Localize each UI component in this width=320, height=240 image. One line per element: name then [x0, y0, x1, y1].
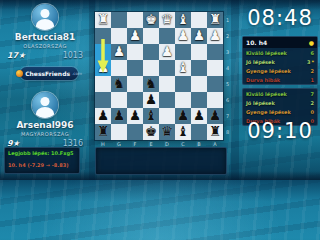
square-g1[interactable] — [111, 12, 127, 28]
square-e3[interactable] — [143, 44, 159, 60]
square-h5[interactable] — [95, 76, 111, 92]
piece-bN-g5: ♞ — [111, 76, 127, 92]
square-h1[interactable]: ♜ — [95, 12, 111, 28]
square-g5[interactable]: ♞ — [111, 76, 127, 92]
square-g2[interactable] — [111, 28, 127, 44]
square-a2[interactable]: ♟ — [207, 28, 223, 44]
square-d8[interactable]: ♛ — [159, 124, 175, 140]
piece-wQ-d1: ♛ — [159, 12, 175, 28]
rank-label-5: 5 — [226, 76, 229, 92]
player-country-white: OLASZORSZÁG — [2, 43, 88, 49]
square-e8[interactable]: ♚ — [143, 124, 159, 140]
square-g8[interactable] — [111, 124, 127, 140]
stats-panel-white: 10. h4 ● Kiváló lépések6Jó lépések3*Gyen… — [242, 36, 318, 85]
square-f1[interactable] — [127, 12, 143, 28]
piece-wP-b2: ♟ — [191, 28, 207, 44]
square-a3[interactable] — [207, 44, 223, 60]
square-d4[interactable] — [159, 60, 175, 76]
rank-label-4: 4 — [226, 60, 229, 76]
piece-wP-a2: ♟ — [207, 28, 223, 44]
square-e5[interactable]: ♞ — [143, 76, 159, 92]
stat-good-moves: Jó lépések2 — [243, 98, 317, 107]
square-d2[interactable] — [159, 28, 175, 44]
piece-bQ-d8: ♛ — [159, 124, 175, 140]
square-a1[interactable]: ♜ — [207, 12, 223, 28]
piece-bP-h7: ♟ — [95, 108, 111, 124]
square-a7[interactable]: ♟ — [207, 108, 223, 124]
square-f6[interactable] — [127, 92, 143, 108]
piece-bP-a7: ♟ — [207, 108, 223, 124]
piece-bP-g7: ♟ — [111, 108, 127, 124]
square-d7[interactable] — [159, 108, 175, 124]
piece-bB-e7: ♝ — [143, 108, 159, 124]
piece-bP-c7: ♟ — [175, 108, 191, 124]
square-c7[interactable]: ♟ — [175, 108, 191, 124]
piece-wR-h1: ♜ — [95, 12, 111, 28]
square-c5[interactable] — [175, 76, 191, 92]
square-d3[interactable]: ♟ — [159, 44, 175, 60]
avatar-black — [32, 92, 58, 118]
square-e4[interactable] — [143, 60, 159, 76]
engine-suggestion-box: Legjobb lépés: 10.Fxg5 10. h4 (-7.29 → -… — [4, 147, 80, 174]
square-a5[interactable] — [207, 76, 223, 92]
piece-wP-c2: ♟ — [175, 28, 191, 44]
rank-label-8: 8 — [226, 124, 229, 140]
square-f5[interactable] — [127, 76, 143, 92]
square-h6[interactable] — [95, 92, 111, 108]
piece-wR-a1: ♜ — [207, 12, 223, 28]
piece-wP-f2: ♟ — [127, 28, 143, 44]
rank-label-2: 2 — [226, 28, 229, 44]
square-d1[interactable]: ♛ — [159, 12, 175, 28]
piece-bP-f7: ♟ — [127, 108, 143, 124]
rank-labels: 12345678 — [226, 12, 229, 140]
rank-label-1: 1 — [226, 12, 229, 28]
stat-weak-moves: Gyenge lépések0 — [243, 107, 317, 116]
rank-label-3: 3 — [226, 44, 229, 60]
square-f7[interactable]: ♟ — [127, 108, 143, 124]
rank-label-7: 7 — [226, 108, 229, 124]
stat-weak-moves: Gyenge lépések2 — [243, 66, 317, 75]
square-f3[interactable] — [127, 44, 143, 60]
player-country-black: MAGYARORSZÁG — [2, 131, 88, 137]
square-g7[interactable]: ♟ — [111, 108, 127, 124]
logo-suffix: .com — [72, 71, 82, 76]
square-d5[interactable] — [159, 76, 175, 92]
avatar-white — [32, 4, 58, 30]
piece-wK-e1: ♚ — [143, 12, 159, 28]
played-move-eval-text: 10. h4 (-7.29 → -8.83) — [8, 162, 76, 169]
square-f2[interactable]: ♟ — [127, 28, 143, 44]
square-e2[interactable] — [143, 28, 159, 44]
square-f8[interactable] — [127, 124, 143, 140]
chessfriends-logo: ChessFriends .com — [20, 67, 78, 80]
stat-excellent-moves: Kiváló lépések7 — [243, 89, 317, 98]
square-c8[interactable]: ♝ — [175, 124, 191, 140]
square-b4[interactable] — [191, 60, 207, 76]
piece-bN-e5: ♞ — [143, 76, 159, 92]
logo-text: ChessFriends — [25, 70, 70, 77]
clock-black: 09:10 — [242, 119, 318, 143]
rank-label-6: 6 — [226, 92, 229, 108]
square-e7[interactable]: ♝ — [143, 108, 159, 124]
stat-excellent-moves: Kiváló lépések6 — [243, 48, 317, 57]
square-g4[interactable] — [111, 60, 127, 76]
square-e6[interactable]: ♟ — [143, 92, 159, 108]
stat-blunders: Durva hibák1 — [243, 75, 317, 84]
square-h8[interactable]: ♜ — [95, 124, 111, 140]
square-b8[interactable] — [191, 124, 207, 140]
square-b2[interactable]: ♟ — [191, 28, 207, 44]
player-panel-white: Bertuccia81 OLASZORSZÁG 17★ 1013 — [2, 4, 88, 60]
square-h7[interactable]: ♟ — [95, 108, 111, 124]
square-h4[interactable]: ♟ — [95, 60, 111, 76]
square-d6[interactable] — [159, 92, 175, 108]
square-c6[interactable] — [175, 92, 191, 108]
player-panel-black: Arsenal996 MAGYARORSZÁG 9★ 1316 — [2, 92, 88, 148]
piece-bP-b7: ♟ — [191, 108, 207, 124]
chess-board: ♜♚♛♝♜♟♟♟♟♟♟♟♝♞♞♟♟♟♟♝♟♟♟♜♚♛♝♜ — [95, 12, 223, 140]
piece-wP-g3: ♟ — [111, 44, 127, 60]
piece-wP-h4: ♟ — [95, 60, 111, 76]
square-a4[interactable] — [207, 60, 223, 76]
square-g6[interactable] — [111, 92, 127, 108]
piece-wB-c1: ♝ — [175, 12, 191, 28]
player-stars-white: 17★ — [7, 51, 25, 60]
square-f4[interactable] — [127, 60, 143, 76]
square-c1[interactable]: ♝ — [175, 12, 191, 28]
shield-icon — [16, 70, 23, 77]
square-h2[interactable] — [95, 28, 111, 44]
square-h3[interactable] — [95, 44, 111, 60]
square-b1[interactable] — [191, 12, 207, 28]
player-rating-white: 1013 — [63, 51, 83, 60]
piece-wB-c4: ♝ — [175, 60, 191, 76]
chessfriends-analysis-screen: { "game": "chess", "position": { "fen": … — [0, 0, 320, 180]
player-name-white: Bertuccia81 — [2, 32, 88, 42]
square-c2[interactable]: ♟ — [175, 28, 191, 44]
move-list-box — [95, 147, 227, 175]
clock-white: 08:48 — [242, 6, 318, 30]
square-c3[interactable] — [175, 44, 191, 60]
piece-bK-e8: ♚ — [143, 124, 159, 140]
piece-wP-d3: ♟ — [159, 44, 175, 60]
square-a8[interactable]: ♜ — [207, 124, 223, 140]
square-b6[interactable] — [191, 92, 207, 108]
current-move-dot-icon: ● — [309, 40, 314, 46]
current-move-header: 10. h4 ● — [243, 37, 317, 48]
piece-bP-e6: ♟ — [143, 92, 159, 108]
player-name-black: Arsenal996 — [2, 120, 88, 130]
piece-bB-c8: ♝ — [175, 124, 191, 140]
square-a6[interactable] — [207, 92, 223, 108]
square-b7[interactable]: ♟ — [191, 108, 207, 124]
square-g3[interactable]: ♟ — [111, 44, 127, 60]
square-b5[interactable] — [191, 76, 207, 92]
stats-body-white: Kiváló lépések6Jó lépések3*Gyenge lépése… — [243, 48, 317, 84]
best-move-text: Legjobb lépés: 10.Fxg5 — [8, 150, 76, 157]
square-e1[interactable]: ♚ — [143, 12, 159, 28]
right-divider — [231, 0, 239, 180]
stat-good-moves: Jó lépések3* — [243, 57, 317, 66]
square-b3[interactable] — [191, 44, 207, 60]
square-c4[interactable]: ♝ — [175, 60, 191, 76]
current-move-label: 10. h4 — [246, 39, 267, 46]
piece-bR-h8: ♜ — [95, 124, 111, 140]
piece-bR-a8: ♜ — [207, 124, 223, 140]
chess-board-wrap: ♜♚♛♝♜♟♟♟♟♟♟♟♝♞♞♟♟♟♟♝♟♟♟♜♚♛♝♜ — [95, 12, 223, 140]
